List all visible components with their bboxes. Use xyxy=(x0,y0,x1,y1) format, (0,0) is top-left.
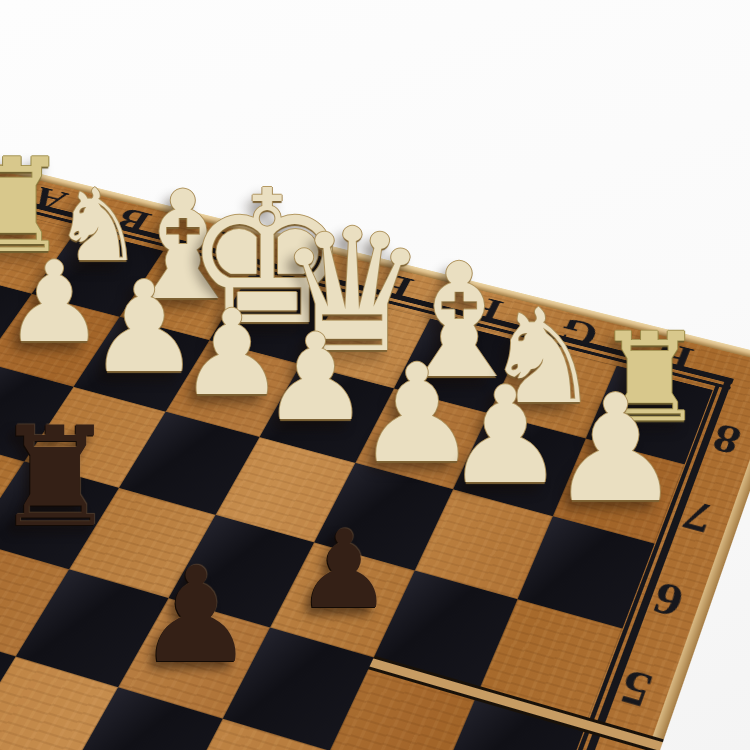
product-photo-scene: ABCDEFGH8765 ♜♞♝♚♟♛♟♝♟♞♟♜♟♟♟♜♟♟ xyxy=(0,0,750,750)
piece-black-pawn-e4: ♟ xyxy=(137,549,255,681)
piece-white-pawn-g7: ♟ xyxy=(445,369,565,503)
pieces-layer: ♜♞♝♚♟♛♟♝♟♞♟♜♟♟♟♜♟♟ xyxy=(0,0,750,750)
piece-white-pawn-e7: ♟ xyxy=(262,318,370,438)
piece-black-rook-c5: ♜ xyxy=(0,409,117,547)
piece-white-pawn-h7: ♟ xyxy=(549,375,682,523)
piece-black-pawn-f5: ♟ xyxy=(296,516,393,624)
